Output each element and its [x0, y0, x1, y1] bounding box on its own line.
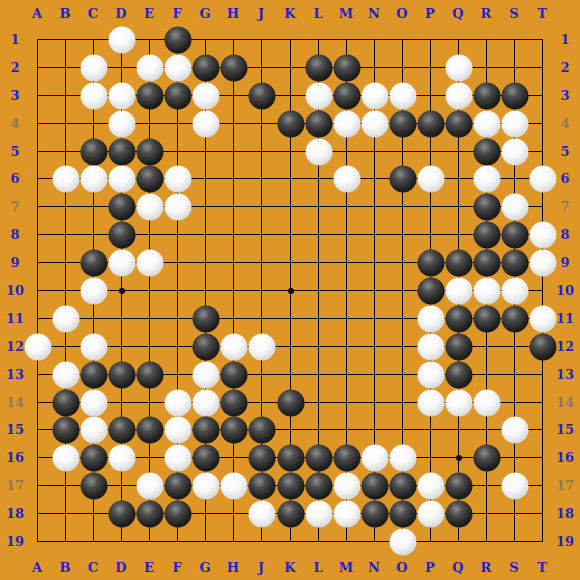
black-stone — [529, 333, 556, 360]
white-stone — [333, 110, 360, 137]
row-label-right: 12 — [556, 340, 574, 353]
black-stone — [220, 361, 247, 388]
white-stone — [80, 416, 107, 443]
row-label-right: 15 — [556, 423, 574, 436]
white-stone — [501, 277, 528, 304]
black-stone — [333, 54, 360, 81]
column-label-top: L — [313, 7, 322, 20]
white-stone — [164, 54, 191, 81]
black-stone — [445, 472, 472, 499]
white-stone — [417, 305, 444, 332]
white-stone — [192, 110, 219, 137]
row-label-left: 6 — [10, 172, 19, 185]
black-stone — [164, 500, 191, 527]
black-stone — [305, 472, 332, 499]
black-stone — [248, 444, 275, 471]
row-label-left: 14 — [6, 396, 24, 409]
white-stone — [136, 193, 163, 220]
black-stone — [305, 54, 332, 81]
white-stone — [80, 54, 107, 81]
row-label-right: 13 — [556, 368, 574, 381]
black-stone — [277, 110, 304, 137]
black-stone — [192, 444, 219, 471]
white-stone — [501, 472, 528, 499]
white-stone — [108, 165, 135, 192]
white-stone — [164, 389, 191, 416]
black-stone — [417, 277, 444, 304]
row-label-right: 17 — [556, 479, 574, 492]
white-stone — [473, 110, 500, 137]
white-stone — [164, 165, 191, 192]
white-stone — [24, 333, 51, 360]
column-label-top: G — [199, 7, 210, 20]
grid-line-horizontal — [37, 541, 543, 542]
column-label-bottom: G — [199, 561, 210, 574]
row-label-left: 16 — [6, 451, 24, 464]
white-stone — [333, 165, 360, 192]
white-stone — [361, 110, 388, 137]
row-label-right: 19 — [556, 535, 574, 548]
row-label-left: 7 — [10, 200, 19, 213]
black-stone — [473, 138, 500, 165]
white-stone — [529, 165, 556, 192]
white-stone — [417, 472, 444, 499]
white-stone — [501, 138, 528, 165]
black-stone — [277, 500, 304, 527]
black-stone — [277, 472, 304, 499]
row-label-left: 17 — [6, 479, 24, 492]
row-label-right: 9 — [560, 256, 569, 269]
white-stone — [473, 277, 500, 304]
black-stone — [389, 500, 416, 527]
column-label-top: D — [115, 7, 126, 20]
white-stone — [80, 333, 107, 360]
black-stone — [445, 361, 472, 388]
row-label-left: 15 — [6, 423, 24, 436]
white-stone — [529, 221, 556, 248]
row-label-left: 8 — [10, 228, 19, 241]
row-label-right: 11 — [556, 312, 574, 325]
column-label-bottom: S — [509, 561, 518, 574]
white-stone — [305, 82, 332, 109]
white-stone — [108, 82, 135, 109]
column-label-bottom: F — [172, 561, 181, 574]
star-point — [119, 288, 125, 294]
row-label-left: 18 — [6, 507, 24, 520]
white-stone — [333, 472, 360, 499]
white-stone — [333, 500, 360, 527]
column-label-bottom: Q — [452, 561, 463, 574]
white-stone — [445, 389, 472, 416]
row-label-right: 3 — [560, 89, 569, 102]
column-label-bottom: A — [32, 561, 42, 574]
black-stone — [473, 221, 500, 248]
white-stone — [501, 416, 528, 443]
black-stone — [473, 249, 500, 276]
black-stone — [305, 444, 332, 471]
black-stone — [108, 138, 135, 165]
black-stone — [277, 389, 304, 416]
row-label-right: 10 — [556, 284, 574, 297]
white-stone — [305, 138, 332, 165]
column-label-top: O — [396, 7, 407, 20]
black-stone — [445, 110, 472, 137]
column-label-bottom: R — [481, 561, 492, 574]
white-stone — [80, 82, 107, 109]
white-stone — [52, 165, 79, 192]
white-stone — [192, 82, 219, 109]
black-stone — [164, 472, 191, 499]
column-label-bottom: L — [313, 561, 322, 574]
column-label-bottom: P — [425, 561, 435, 574]
white-stone — [52, 444, 79, 471]
black-stone — [164, 26, 191, 53]
black-stone — [473, 444, 500, 471]
black-stone — [417, 110, 444, 137]
white-stone — [164, 416, 191, 443]
black-stone — [108, 361, 135, 388]
row-label-right: 5 — [560, 145, 569, 158]
white-stone — [108, 444, 135, 471]
white-stone — [108, 110, 135, 137]
row-label-left: 1 — [10, 33, 19, 46]
white-stone — [108, 26, 135, 53]
black-stone — [389, 472, 416, 499]
column-label-bottom: C — [88, 561, 98, 574]
black-stone — [501, 249, 528, 276]
black-stone — [108, 193, 135, 220]
column-label-bottom: K — [284, 561, 295, 574]
white-stone — [417, 389, 444, 416]
black-stone — [361, 472, 388, 499]
white-stone — [501, 193, 528, 220]
white-stone — [473, 389, 500, 416]
column-label-bottom: N — [368, 561, 380, 574]
white-stone — [220, 472, 247, 499]
black-stone — [192, 305, 219, 332]
black-stone — [389, 110, 416, 137]
black-stone — [445, 500, 472, 527]
row-label-right: 2 — [560, 61, 569, 74]
white-stone — [445, 277, 472, 304]
column-label-bottom: D — [115, 561, 126, 574]
black-stone — [277, 444, 304, 471]
column-label-top: P — [425, 7, 435, 20]
black-stone — [501, 82, 528, 109]
row-label-right: 1 — [560, 33, 569, 46]
white-stone — [417, 361, 444, 388]
white-stone — [192, 472, 219, 499]
black-stone — [445, 249, 472, 276]
column-label-top: M — [339, 7, 353, 20]
column-label-bottom: M — [339, 561, 353, 574]
black-stone — [248, 82, 275, 109]
white-stone — [80, 277, 107, 304]
black-stone — [136, 500, 163, 527]
row-label-left: 5 — [10, 145, 19, 158]
white-stone — [192, 389, 219, 416]
black-stone — [80, 444, 107, 471]
white-stone — [501, 110, 528, 137]
column-label-top: A — [32, 7, 42, 20]
black-stone — [164, 82, 191, 109]
white-stone — [529, 305, 556, 332]
row-label-left: 13 — [6, 368, 24, 381]
black-stone — [136, 416, 163, 443]
white-stone — [305, 500, 332, 527]
row-label-left: 2 — [10, 61, 19, 74]
black-stone — [333, 444, 360, 471]
black-stone — [136, 82, 163, 109]
white-stone — [417, 165, 444, 192]
white-stone — [389, 82, 416, 109]
black-stone — [473, 193, 500, 220]
black-stone — [192, 54, 219, 81]
row-label-right: 14 — [556, 396, 574, 409]
column-label-top: S — [509, 7, 518, 20]
black-stone — [445, 333, 472, 360]
column-label-bottom: J — [258, 561, 264, 574]
column-label-top: E — [144, 7, 154, 20]
black-stone — [80, 249, 107, 276]
black-stone — [108, 416, 135, 443]
column-label-top: N — [368, 7, 380, 20]
white-stone — [80, 165, 107, 192]
black-stone — [80, 361, 107, 388]
column-label-top: J — [258, 7, 264, 20]
black-stone — [361, 500, 388, 527]
row-label-left: 10 — [6, 284, 24, 297]
black-stone — [389, 165, 416, 192]
white-stone — [136, 249, 163, 276]
black-stone — [52, 416, 79, 443]
black-stone — [52, 389, 79, 416]
column-label-top: B — [60, 7, 71, 20]
white-stone — [529, 249, 556, 276]
row-label-left: 9 — [10, 256, 19, 269]
black-stone — [136, 165, 163, 192]
black-stone — [108, 500, 135, 527]
star-point — [456, 455, 462, 461]
black-stone — [80, 472, 107, 499]
white-stone — [248, 333, 275, 360]
white-stone — [164, 444, 191, 471]
go-board-screenshot: AABBCCDDEEFFGGHHJJKKLLMMNNOOPPQQRRSSTT11… — [0, 0, 580, 580]
black-stone — [473, 305, 500, 332]
white-stone — [389, 528, 416, 555]
black-stone — [501, 305, 528, 332]
column-label-bottom: H — [227, 561, 239, 574]
white-stone — [389, 444, 416, 471]
white-stone — [361, 444, 388, 471]
column-label-top: R — [481, 7, 492, 20]
row-label-right: 8 — [560, 228, 569, 241]
column-label-top: T — [537, 7, 547, 20]
black-stone — [248, 416, 275, 443]
white-stone — [417, 333, 444, 360]
row-label-right: 18 — [556, 507, 574, 520]
row-label-right: 7 — [560, 200, 569, 213]
black-stone — [501, 221, 528, 248]
black-stone — [136, 361, 163, 388]
white-stone — [136, 472, 163, 499]
black-stone — [305, 110, 332, 137]
column-label-top: H — [227, 7, 239, 20]
row-label-right: 6 — [560, 172, 569, 185]
column-label-bottom: E — [144, 561, 154, 574]
column-label-top: Q — [452, 7, 463, 20]
white-stone — [445, 82, 472, 109]
star-point — [288, 288, 294, 294]
white-stone — [445, 54, 472, 81]
white-stone — [108, 249, 135, 276]
black-stone — [192, 333, 219, 360]
white-stone — [473, 165, 500, 192]
row-label-right: 4 — [560, 117, 569, 130]
white-stone — [361, 82, 388, 109]
row-label-left: 12 — [6, 340, 24, 353]
black-stone — [333, 82, 360, 109]
column-label-bottom: T — [537, 561, 547, 574]
white-stone — [248, 500, 275, 527]
white-stone — [164, 193, 191, 220]
black-stone — [220, 389, 247, 416]
white-stone — [220, 333, 247, 360]
column-label-top: C — [88, 7, 98, 20]
row-label-left: 4 — [10, 117, 19, 130]
row-label-left: 3 — [10, 89, 19, 102]
column-label-bottom: O — [396, 561, 407, 574]
black-stone — [192, 416, 219, 443]
black-stone — [417, 249, 444, 276]
black-stone — [473, 82, 500, 109]
white-stone — [192, 361, 219, 388]
row-label-right: 16 — [556, 451, 574, 464]
black-stone — [220, 54, 247, 81]
row-label-left: 11 — [6, 312, 24, 325]
black-stone — [445, 305, 472, 332]
black-stone — [80, 138, 107, 165]
column-label-bottom: B — [60, 561, 71, 574]
white-stone — [417, 500, 444, 527]
grid-line-vertical — [542, 39, 543, 542]
white-stone — [52, 305, 79, 332]
black-stone — [108, 221, 135, 248]
row-label-left: 19 — [6, 535, 24, 548]
column-label-top: K — [284, 7, 295, 20]
black-stone — [220, 416, 247, 443]
white-stone — [80, 389, 107, 416]
white-stone — [136, 54, 163, 81]
column-label-top: F — [172, 7, 181, 20]
white-stone — [52, 361, 79, 388]
black-stone — [248, 472, 275, 499]
black-stone — [136, 138, 163, 165]
